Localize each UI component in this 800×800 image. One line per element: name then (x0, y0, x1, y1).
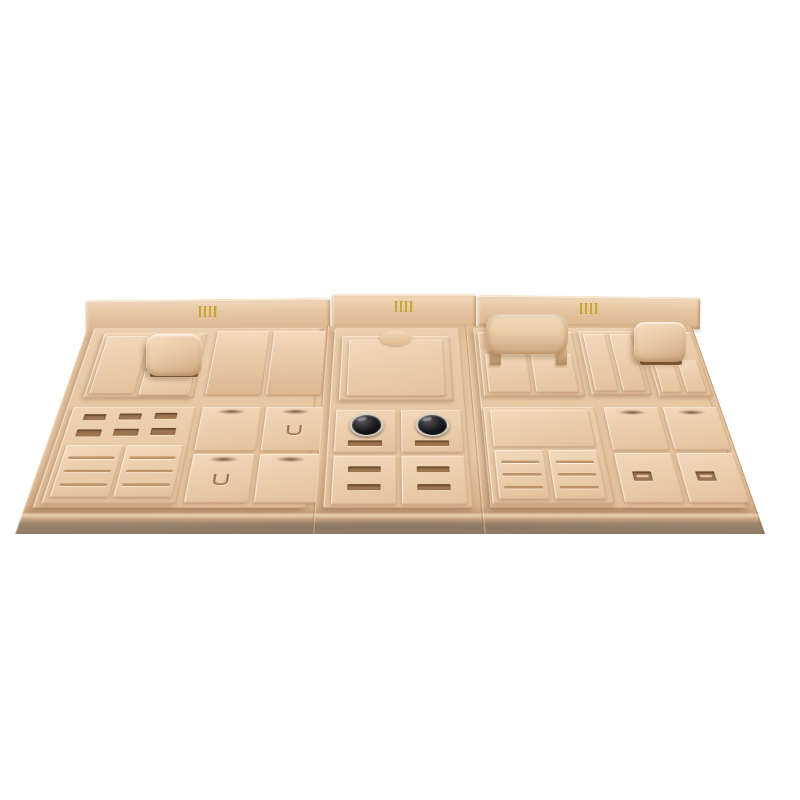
pendant-card (194, 407, 262, 451)
black-round-insert (415, 414, 449, 437)
slat-pad (113, 445, 184, 497)
upright-bracelet-pad (266, 331, 327, 395)
bracelet-roll-bar (486, 314, 568, 354)
gold-brand-mark-icon (395, 301, 413, 312)
black-round-insert (349, 414, 383, 437)
earring-slot (150, 428, 176, 435)
slat-column-tray (483, 407, 616, 505)
pendant-card (261, 407, 326, 451)
ring-card (603, 407, 670, 450)
panel-right (466, 326, 765, 534)
earring-slot-tray (41, 407, 196, 505)
back-wall-center (332, 294, 476, 329)
bar-slot-tray (331, 456, 397, 505)
jewelry-display-set (28, 292, 772, 544)
ring-slot (632, 471, 653, 480)
ring-card (614, 453, 685, 502)
panel-center-platform (323, 328, 473, 508)
bar-slot-tray (402, 456, 469, 505)
neck-bump (380, 330, 413, 345)
bar-slot (347, 484, 380, 490)
pendant-card-group (183, 407, 325, 505)
bar-slot (348, 440, 382, 446)
necklace-pad-face (347, 340, 446, 396)
bar-slot (417, 484, 451, 490)
gem-tray (401, 410, 465, 453)
earring-slot (118, 414, 142, 420)
watch-pillow (146, 334, 202, 376)
earring-slot (113, 429, 140, 436)
ground-shadow (48, 522, 756, 534)
earring-slot (154, 413, 178, 419)
necklace-easel-pad (339, 336, 454, 401)
ring-card-group (603, 407, 751, 505)
gold-brand-mark-icon (580, 303, 598, 314)
earring-slot (83, 414, 107, 420)
ring-slot (695, 471, 717, 480)
slat-pad (494, 450, 551, 499)
gold-brand-mark-icon (199, 306, 217, 317)
panel-right-platform (473, 328, 747, 508)
ring-card (662, 407, 732, 450)
earring-slot (75, 429, 102, 436)
panel-center (313, 326, 484, 534)
gem-tray-group (331, 410, 469, 505)
bar-slot (417, 466, 450, 472)
slat-pad (548, 450, 608, 499)
pendant-card (184, 454, 256, 503)
ring-card (676, 453, 751, 502)
slat-pad (49, 445, 123, 497)
pendant-card (254, 454, 322, 503)
gem-tray (334, 410, 397, 453)
small-pillow (634, 322, 686, 362)
flat-pad (530, 354, 579, 392)
bar-slot (415, 440, 449, 446)
upright-bracelet-pad (205, 331, 270, 395)
bar-slot (348, 466, 381, 472)
flat-pad (490, 410, 597, 447)
